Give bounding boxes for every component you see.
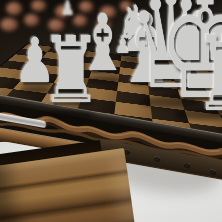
white-rook[interactable]: ♜: [40, 25, 101, 117]
chess-table-photo: ♟ ♟ ♞ ♝ ♟ ♝ ♜ ♛ ♚ ♜: [0, 0, 222, 222]
white-rook[interactable]: ♜: [194, 22, 222, 126]
black-piece-blurred[interactable]: [6, 2, 22, 15]
black-piece-blurred[interactable]: [31, 0, 46, 11]
white-pawn[interactable]: ♟: [61, 0, 74, 18]
